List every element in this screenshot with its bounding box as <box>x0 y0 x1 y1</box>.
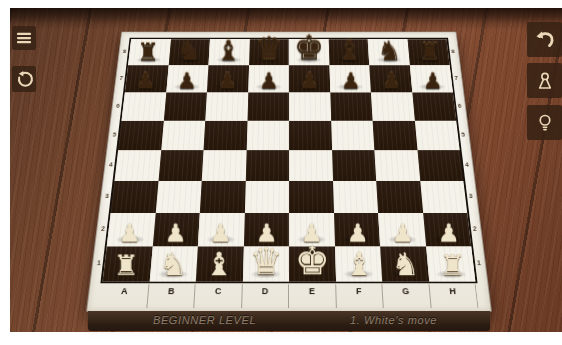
piece-black-queen[interactable]: ♛ <box>249 32 289 64</box>
square-g8[interactable]: ♞ <box>368 39 410 65</box>
piece-white-bishop[interactable]: ♝ <box>196 248 243 280</box>
square-g4[interactable] <box>374 150 419 181</box>
square-g2[interactable]: ♟ <box>378 213 426 246</box>
piece-white-pawn[interactable]: ♟ <box>152 221 198 246</box>
square-h7[interactable]: ♟ <box>409 65 452 92</box>
file-label-h: H <box>429 284 478 308</box>
rank-label-8: 8 <box>119 49 130 54</box>
piece-white-pawn[interactable]: ♟ <box>107 221 153 246</box>
square-e3[interactable] <box>289 181 334 213</box>
square-d7[interactable]: ♟ <box>248 65 289 92</box>
file-label-b: B <box>147 284 196 308</box>
square-e6[interactable] <box>289 92 331 120</box>
square-c3[interactable] <box>200 181 245 213</box>
undo-button[interactable] <box>527 22 562 57</box>
piece-black-bishop[interactable]: ♝ <box>329 37 369 65</box>
rank-label-2: 2 <box>97 225 109 231</box>
piece-black-pawn[interactable]: ♟ <box>412 69 453 91</box>
level-label: BEGINNER LEVEL <box>153 314 256 326</box>
chess-board: ♜♞♝♛♚♝♞♜♟♟♟♟♟♟♟♟♟♟♟♟♟♟♟♟♜♞♝♛♚♝♞♜ 8765432… <box>86 32 492 312</box>
square-d6[interactable] <box>247 92 289 120</box>
piece-white-pawn[interactable]: ♟ <box>380 221 426 246</box>
rank-label-7: 7 <box>451 75 462 80</box>
pieces-button[interactable] <box>527 63 562 98</box>
square-c7[interactable]: ♟ <box>207 65 249 92</box>
square-f7[interactable]: ♟ <box>329 65 371 92</box>
piece-black-rook[interactable]: ♜ <box>128 40 168 65</box>
square-g6[interactable] <box>371 92 415 120</box>
piece-black-knight[interactable]: ♞ <box>168 37 208 64</box>
file-label-g: G <box>382 284 431 308</box>
square-e7[interactable]: ♟ <box>289 65 330 92</box>
rank-label-1: 1 <box>473 259 485 266</box>
board-grid: ♜♞♝♛♚♝♞♜♟♟♟♟♟♟♟♟♟♟♟♟♟♟♟♟♜♞♝♛♚♝♞♜ <box>103 39 476 281</box>
rank-label-4: 4 <box>461 162 473 168</box>
square-b7[interactable]: ♟ <box>166 65 209 92</box>
piece-black-bishop[interactable]: ♝ <box>208 37 248 65</box>
square-g3[interactable] <box>376 181 422 213</box>
rank-label-6: 6 <box>112 103 123 108</box>
square-c6[interactable] <box>205 92 248 120</box>
piece-black-rook[interactable]: ♜ <box>409 40 449 65</box>
file-label-a: A <box>99 284 148 308</box>
chess-app-screen: ♜♞♝♛♚♝♞♜♟♟♟♟♟♟♟♟♟♟♟♟♟♟♟♟♜♞♝♛♚♝♞♜ 8765432… <box>0 0 562 345</box>
square-a1[interactable]: ♜ <box>103 246 153 281</box>
piece-white-queen[interactable]: ♛ <box>242 243 289 280</box>
square-a7[interactable]: ♟ <box>125 65 168 92</box>
square-b2[interactable]: ♟ <box>152 213 200 246</box>
piece-black-knight[interactable]: ♞ <box>369 37 409 64</box>
menu-button[interactable] <box>12 26 36 50</box>
piece-white-pawn[interactable]: ♟ <box>198 221 244 246</box>
square-h8[interactable]: ♜ <box>407 39 450 65</box>
lightbulb-icon <box>534 112 556 134</box>
square-a2[interactable]: ♟ <box>107 213 156 246</box>
piece-white-rook[interactable]: ♜ <box>103 252 150 280</box>
piece-white-knight[interactable]: ♞ <box>149 249 196 280</box>
undo-arrow-icon <box>533 28 557 52</box>
rank-label-2: 2 <box>469 225 481 231</box>
rank-label-1: 1 <box>93 259 105 266</box>
file-label-f: F <box>336 284 384 308</box>
square-h3[interactable] <box>420 181 467 213</box>
rank-label-8: 8 <box>448 49 459 54</box>
piece-white-pawn[interactable]: ♟ <box>426 221 472 246</box>
square-d1[interactable]: ♛ <box>242 246 289 281</box>
square-g7[interactable]: ♟ <box>369 65 412 92</box>
square-h1[interactable]: ♜ <box>426 246 476 281</box>
piece-black-pawn[interactable]: ♟ <box>166 69 207 91</box>
restart-icon <box>15 70 34 89</box>
rank-label-4: 4 <box>105 162 117 168</box>
square-f4[interactable] <box>332 150 377 181</box>
rank-label-5: 5 <box>109 132 120 138</box>
piece-white-bishop[interactable]: ♝ <box>336 248 383 280</box>
square-d3[interactable] <box>244 181 289 213</box>
move-status: 1. White's move <box>350 314 437 326</box>
piece-black-pawn[interactable]: ♟ <box>248 69 289 91</box>
piece-white-king[interactable]: ♚ <box>289 241 336 280</box>
piece-black-pawn[interactable]: ♟ <box>330 69 371 91</box>
file-label-d: D <box>242 284 289 308</box>
piece-white-rook[interactable]: ♜ <box>429 252 476 280</box>
hint-button[interactable] <box>527 105 562 140</box>
square-b5[interactable] <box>161 121 205 150</box>
square-c4[interactable] <box>202 150 247 181</box>
piece-black-pawn[interactable]: ♟ <box>289 69 330 91</box>
square-e4[interactable] <box>289 150 333 181</box>
status-bar: BEGINNER LEVEL 1. White's move <box>88 311 490 331</box>
square-e8[interactable]: ♚ <box>289 39 329 65</box>
square-c2[interactable]: ♟ <box>198 213 245 246</box>
square-e5[interactable] <box>289 121 332 150</box>
piece-black-king[interactable]: ♚ <box>289 31 329 65</box>
rank-label-6: 6 <box>454 103 465 108</box>
square-b1[interactable]: ♞ <box>149 246 198 281</box>
square-h5[interactable] <box>414 121 459 150</box>
square-a8[interactable]: ♜ <box>128 39 171 65</box>
rank-label-3: 3 <box>465 193 477 199</box>
square-b6[interactable] <box>163 92 206 120</box>
menu-icon <box>15 29 33 47</box>
square-c8[interactable]: ♝ <box>208 39 249 65</box>
square-f8[interactable]: ♝ <box>328 39 369 65</box>
square-d8[interactable]: ♛ <box>249 39 289 65</box>
square-f5[interactable] <box>331 121 375 150</box>
pawn-icon <box>534 70 556 92</box>
rank-label-5: 5 <box>458 132 469 138</box>
square-h2[interactable]: ♟ <box>423 213 472 246</box>
square-c5[interactable] <box>203 121 247 150</box>
square-a4[interactable] <box>114 150 160 181</box>
square-c1[interactable]: ♝ <box>196 246 244 281</box>
square-a3[interactable] <box>111 181 158 213</box>
square-f2[interactable]: ♟ <box>334 213 381 246</box>
piece-white-knight[interactable]: ♞ <box>382 249 429 280</box>
rank-label-3: 3 <box>101 193 113 199</box>
file-label-c: C <box>194 284 242 308</box>
piece-black-pawn[interactable]: ♟ <box>125 69 166 91</box>
square-g1[interactable]: ♞ <box>380 246 429 281</box>
restart-button[interactable] <box>12 66 36 92</box>
square-e1[interactable]: ♚ <box>289 246 336 281</box>
square-f6[interactable] <box>330 92 373 120</box>
square-f1[interactable]: ♝ <box>335 246 383 281</box>
square-d5[interactable] <box>246 121 289 150</box>
square-b8[interactable]: ♞ <box>168 39 210 65</box>
square-h6[interactable] <box>412 92 456 120</box>
square-h4[interactable] <box>417 150 463 181</box>
square-d4[interactable] <box>245 150 289 181</box>
square-g5[interactable] <box>373 121 417 150</box>
square-b4[interactable] <box>158 150 203 181</box>
square-f3[interactable] <box>333 181 379 213</box>
square-a5[interactable] <box>118 121 163 150</box>
piece-white-pawn[interactable]: ♟ <box>334 221 380 246</box>
rank-label-7: 7 <box>116 75 127 80</box>
square-b3[interactable] <box>155 181 201 213</box>
file-label-e: E <box>289 284 336 308</box>
piece-black-pawn[interactable]: ♟ <box>207 69 248 91</box>
piece-black-pawn[interactable]: ♟ <box>371 69 412 91</box>
board-scene: ♜♞♝♛♚♝♞♜♟♟♟♟♟♟♟♟♟♟♟♟♟♟♟♟♜♞♝♛♚♝♞♜ 8765432… <box>86 0 490 310</box>
square-a6[interactable] <box>122 92 166 120</box>
